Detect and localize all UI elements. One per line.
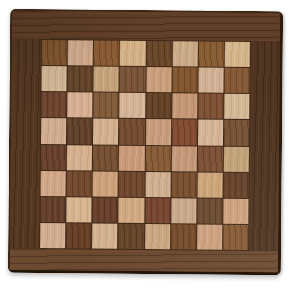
square-d5[interactable] <box>119 119 144 144</box>
square-f4[interactable] <box>171 146 196 171</box>
square-a7[interactable] <box>41 66 66 91</box>
square-d7[interactable] <box>120 67 145 92</box>
square-e7[interactable] <box>146 67 171 92</box>
square-c2[interactable] <box>93 197 118 222</box>
square-h5[interactable] <box>224 120 249 145</box>
square-c4[interactable] <box>93 145 118 170</box>
square-b3[interactable] <box>67 171 92 196</box>
square-a1[interactable] <box>40 223 65 248</box>
square-f7[interactable] <box>172 67 197 92</box>
square-a4[interactable] <box>41 145 66 170</box>
square-g1[interactable] <box>197 224 222 249</box>
square-a5[interactable] <box>41 118 66 143</box>
square-e6[interactable] <box>146 93 171 118</box>
square-h8[interactable] <box>225 42 250 67</box>
square-g4[interactable] <box>197 146 222 171</box>
square-b4[interactable] <box>67 145 92 170</box>
square-h3[interactable] <box>223 172 248 197</box>
square-c3[interactable] <box>93 171 118 196</box>
square-d1[interactable] <box>118 224 143 249</box>
square-a8[interactable] <box>42 40 67 65</box>
square-c1[interactable] <box>92 223 117 248</box>
square-a2[interactable] <box>40 197 65 222</box>
square-e2[interactable] <box>145 198 170 223</box>
square-b8[interactable] <box>68 40 93 65</box>
square-h7[interactable] <box>224 68 249 93</box>
square-d4[interactable] <box>119 145 144 170</box>
square-e8[interactable] <box>146 41 171 66</box>
square-f3[interactable] <box>171 172 196 197</box>
square-g3[interactable] <box>197 172 222 197</box>
square-d8[interactable] <box>120 41 145 66</box>
square-f6[interactable] <box>172 93 197 118</box>
square-a6[interactable] <box>41 92 66 117</box>
board-frame-bottom <box>10 249 278 272</box>
square-c7[interactable] <box>94 67 119 92</box>
square-e1[interactable] <box>145 224 170 249</box>
square-e3[interactable] <box>145 172 170 197</box>
square-c5[interactable] <box>93 119 118 144</box>
square-d2[interactable] <box>119 198 144 223</box>
square-a3[interactable] <box>41 171 66 196</box>
board-playing-field <box>39 39 251 251</box>
square-g2[interactable] <box>197 198 222 223</box>
square-g6[interactable] <box>198 94 223 119</box>
chess-board <box>8 9 283 275</box>
square-b6[interactable] <box>67 93 92 118</box>
square-g5[interactable] <box>198 120 223 145</box>
square-b1[interactable] <box>66 223 91 248</box>
square-e5[interactable] <box>145 119 170 144</box>
square-g7[interactable] <box>198 68 223 93</box>
board-frame-right <box>249 13 280 272</box>
square-b7[interactable] <box>68 66 93 91</box>
square-d6[interactable] <box>120 93 145 118</box>
square-f8[interactable] <box>172 41 197 66</box>
square-g8[interactable] <box>198 41 223 66</box>
square-f2[interactable] <box>171 198 196 223</box>
square-h4[interactable] <box>224 146 249 171</box>
board-frame-left <box>10 11 41 270</box>
photo-background <box>0 0 300 300</box>
square-c8[interactable] <box>94 41 119 66</box>
square-f5[interactable] <box>172 120 197 145</box>
square-b2[interactable] <box>66 197 91 222</box>
square-c6[interactable] <box>93 93 118 118</box>
square-h6[interactable] <box>224 94 249 119</box>
square-h2[interactable] <box>223 198 248 223</box>
board-frame-top <box>12 11 280 41</box>
square-d3[interactable] <box>119 171 144 196</box>
square-f1[interactable] <box>171 224 196 249</box>
square-h1[interactable] <box>223 225 248 250</box>
square-e4[interactable] <box>145 145 170 170</box>
square-b5[interactable] <box>67 119 92 144</box>
